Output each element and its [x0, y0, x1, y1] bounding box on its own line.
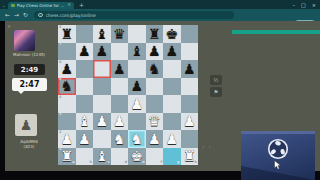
square-e7[interactable]: ♝ — [128, 43, 146, 61]
square-a3[interactable]: 3 — [58, 113, 76, 131]
black-pawn: ♟ — [60, 62, 73, 76]
black-bishop: ♝ — [130, 44, 143, 58]
black-pawn: ♟ — [165, 44, 178, 58]
square-d1[interactable]: d — [111, 148, 129, 166]
rank-label: 6 — [59, 61, 61, 65]
white-pawn: ♟ — [130, 97, 143, 111]
square-g6[interactable] — [163, 60, 181, 78]
window-maximize-button[interactable]: □ — [301, 2, 306, 8]
player-avatar[interactable]: ♟ — [15, 114, 37, 136]
square-d2[interactable]: ♞ — [111, 130, 129, 148]
square-c2[interactable] — [93, 130, 111, 148]
black-pawn: ♟ — [183, 62, 196, 76]
close-icon[interactable]: × — [7, 23, 11, 29]
square-h8[interactable] — [181, 25, 199, 43]
square-b5[interactable] — [76, 78, 94, 96]
site-info-icon[interactable]: i — [38, 13, 43, 18]
white-bishop: ♝ — [78, 114, 91, 128]
file-label: a — [72, 161, 74, 165]
square-b3[interactable]: ♝ — [76, 113, 94, 131]
file-label: g — [177, 161, 180, 165]
chess-board[interactable]: ♜8♝♛♜♚7♟♟♝♟♟♟6♟♞♟♞5♟4♟3♝♟♟♛♟♟2♟♞♞♟♟♜1ab♝… — [58, 25, 198, 165]
square-e1[interactable]: ♚e — [128, 148, 146, 166]
square-d5[interactable] — [111, 78, 129, 96]
pawn-avatar-icon: ♟ — [20, 117, 33, 133]
obs-logo-icon — [267, 138, 289, 160]
black-rook: ♜ — [60, 27, 73, 41]
window-close-button[interactable]: × — [312, 2, 316, 8]
square-c3[interactable]: ♟ — [93, 113, 111, 131]
square-h1[interactable]: ♜h — [181, 148, 199, 166]
square-h7[interactable] — [181, 43, 199, 61]
square-b8[interactable] — [76, 25, 94, 43]
square-c5[interactable] — [93, 78, 111, 96]
square-f4[interactable] — [146, 95, 164, 113]
square-e6[interactable] — [128, 60, 146, 78]
white-bishop: ♝ — [95, 149, 108, 163]
window-minimize-button[interactable]: – — [293, 2, 296, 8]
opponent-name[interactable]: Mahnoor (1245) — [5, 53, 53, 58]
black-pawn: ♟ — [113, 62, 126, 76]
black-knight: ♞ — [60, 79, 73, 93]
player-name[interactable]: AqibM98 (823) — [5, 139, 53, 149]
browser-tab[interactable]: Play Chess Online for FREE × — [8, 2, 74, 10]
square-a2[interactable]: ♟2 — [58, 130, 76, 148]
square-a6[interactable]: ♟6 — [58, 60, 76, 78]
file-label: f — [160, 161, 162, 165]
back-icon[interactable]: ← — [5, 12, 10, 18]
rank-label: 4 — [59, 96, 61, 100]
square-b6[interactable] — [76, 60, 94, 78]
reload-icon[interactable]: ↻ — [23, 12, 28, 18]
white-knight: ♞ — [113, 132, 126, 146]
square-b2[interactable]: ♟ — [76, 130, 94, 148]
file-label: b — [89, 161, 92, 165]
square-f8[interactable]: ♜ — [146, 25, 164, 43]
new-tab-button[interactable]: + — [79, 1, 84, 8]
square-g3[interactable] — [163, 113, 181, 131]
site-favicon-icon — [11, 4, 15, 8]
square-b7[interactable]: ♟ — [76, 43, 94, 61]
square-g5[interactable] — [163, 78, 181, 96]
white-queen: ♛ — [148, 114, 161, 128]
browser-tab-bar: ⌄ Play Chess Online for FREE × + – □ × — [0, 0, 320, 9]
square-a5[interactable]: ♞5 — [58, 78, 76, 96]
black-king: ♚ — [165, 27, 178, 41]
white-pawn: ♟ — [165, 132, 178, 146]
rank-label: 7 — [59, 43, 61, 47]
square-f2[interactable]: ♟ — [146, 130, 164, 148]
square-e8[interactable] — [128, 25, 146, 43]
square-c6[interactable] — [93, 60, 111, 78]
square-c8[interactable]: ♝ — [93, 25, 111, 43]
square-h5[interactable] — [181, 78, 199, 96]
square-h2[interactable] — [181, 130, 199, 148]
square-a1[interactable]: ♜1a — [58, 148, 76, 166]
square-d4[interactable] — [111, 95, 129, 113]
white-pawn: ♟ — [183, 114, 196, 128]
url-text: chess.com/play/online — [46, 13, 96, 18]
square-f5[interactable] — [146, 78, 164, 96]
notification-strip — [232, 30, 320, 34]
square-c1[interactable]: ♝c — [93, 148, 111, 166]
square-g4[interactable] — [163, 95, 181, 113]
square-g7[interactable]: ♟ — [163, 43, 181, 61]
opponent-avatar[interactable] — [14, 30, 35, 51]
square-g2[interactable]: ♟ — [163, 130, 181, 148]
tab-search-icon[interactable]: ⌄ — [2, 3, 5, 8]
square-g8[interactable]: ♚ — [163, 25, 181, 43]
square-h3[interactable]: ♟ — [181, 113, 199, 131]
black-pawn: ♟ — [148, 44, 161, 58]
black-knight: ♞ — [148, 62, 161, 76]
black-queen: ♛ — [113, 27, 126, 41]
draw-offer-button[interactable]: ½ — [210, 75, 222, 85]
square-d8[interactable]: ♛ — [111, 25, 129, 43]
square-a8[interactable]: ♜8 — [58, 25, 76, 43]
square-e4[interactable]: ♟ — [128, 95, 146, 113]
square-f1[interactable]: f — [146, 148, 164, 166]
black-rook: ♜ — [148, 27, 161, 41]
cursor-icon — [274, 160, 282, 170]
square-a4[interactable]: 4 — [58, 95, 76, 113]
square-e2[interactable]: ♞ — [128, 130, 146, 148]
prev-move-icon[interactable]: ‹ — [202, 143, 204, 150]
black-bishop: ♝ — [95, 27, 108, 41]
forward-icon[interactable]: → — [14, 12, 19, 18]
white-pawn: ♟ — [95, 114, 108, 128]
white-clock-active: 2:47 — [12, 78, 47, 91]
black-clock: 2:49 — [14, 64, 45, 75]
square-f3[interactable]: ♛ — [146, 113, 164, 131]
move-navigation: ‹ › — [202, 143, 211, 150]
square-a7[interactable]: 7 — [58, 43, 76, 61]
file-label: c — [107, 161, 109, 165]
url-field[interactable]: i chess.com/play/online — [34, 11, 234, 19]
black-pawn: ♟ — [95, 44, 108, 58]
file-label: e — [142, 161, 144, 165]
square-f7[interactable]: ♟ — [146, 43, 164, 61]
square-c7[interactable]: ♟ — [93, 43, 111, 61]
black-pawn: ♟ — [78, 44, 91, 58]
player-rating: (823) — [5, 144, 53, 149]
white-knight: ♞ — [130, 132, 143, 146]
rank-label: 8 — [59, 26, 61, 30]
tab-title: Play Chess Online for FREE — [17, 3, 66, 8]
page-background: × Mahnoor (1245) 2:49 2:47 ♟ AqibM98 (82… — [0, 21, 320, 180]
square-b4[interactable] — [76, 95, 94, 113]
tab-close-icon[interactable]: × — [67, 3, 71, 8]
white-pawn: ♟ — [60, 132, 73, 146]
white-pawn: ♟ — [78, 132, 91, 146]
white-pawn: ♟ — [113, 114, 126, 128]
square-b1[interactable]: b — [76, 148, 94, 166]
browser-address-bar: ← → ↻ i chess.com/play/online Guest — [0, 9, 320, 21]
square-c4[interactable] — [93, 95, 111, 113]
square-h6[interactable]: ♟ — [181, 60, 199, 78]
square-h4[interactable] — [181, 95, 199, 113]
obs-window[interactable] — [241, 131, 315, 180]
square-e3[interactable] — [128, 113, 146, 131]
screen: ⌄ Play Chess Online for FREE × + – □ × ←… — [0, 0, 320, 180]
rank-label: 1 — [59, 148, 61, 152]
square-f6[interactable]: ♞ — [146, 60, 164, 78]
square-d3[interactable]: ♟ — [111, 113, 129, 131]
file-label: h — [195, 161, 198, 165]
rank-label: 5 — [59, 78, 61, 82]
rank-label: 2 — [59, 131, 61, 135]
square-d6[interactable]: ♟ — [111, 60, 129, 78]
file-label: d — [124, 161, 127, 165]
next-move-icon[interactable]: › — [208, 143, 210, 150]
square-d7[interactable] — [111, 43, 129, 61]
rank-label: 3 — [59, 113, 61, 117]
white-pawn: ♟ — [148, 132, 161, 146]
black-pawn: ♟ — [130, 79, 143, 93]
square-e5[interactable]: ♟ — [128, 78, 146, 96]
resign-flag-button[interactable]: ⚑ — [210, 87, 222, 97]
square-g1[interactable]: g — [163, 148, 181, 166]
